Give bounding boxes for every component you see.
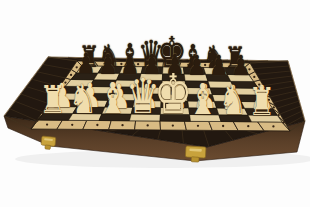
square-f5	[186, 88, 212, 95]
inlay-mark	[222, 125, 224, 127]
square-a5	[60, 86, 90, 93]
square-c5	[111, 87, 138, 94]
inlay-mark	[120, 63, 122, 65]
square-e5	[162, 87, 187, 94]
square-d8	[141, 67, 163, 74]
inlay-mark	[247, 125, 249, 127]
inlay-mark	[70, 74, 72, 76]
square-e3	[161, 101, 189, 108]
inlay-mark	[170, 63, 172, 65]
square-e8	[163, 67, 185, 74]
inlay-mark	[237, 64, 239, 66]
square-b7	[94, 73, 120, 80]
inlay-mark	[87, 62, 89, 64]
inlay-mark	[154, 63, 156, 65]
square-e7	[162, 74, 185, 81]
square-c7	[117, 73, 142, 80]
square-h6	[231, 81, 259, 88]
inlay-mark	[263, 91, 265, 93]
square-g4	[212, 95, 241, 102]
square-f6	[185, 81, 210, 88]
square-d1	[130, 114, 161, 121]
chess-set-photo: ♜♞♝♛♚♝♞♜♟♟♟♟♟♟♟♟♟♟♟♟♟♟♟♟♜♞♝♛♚♝♞♜	[0, 0, 310, 207]
square-g7	[206, 74, 231, 81]
square-a2	[44, 107, 77, 114]
inlay-mark	[96, 124, 98, 126]
chess-board	[0, 0, 310, 207]
square-a3	[49, 100, 81, 107]
square-f2	[189, 108, 219, 115]
square-a1	[38, 113, 73, 120]
inlay-mark	[147, 124, 149, 126]
square-b6	[90, 80, 117, 87]
square-f8	[183, 67, 205, 74]
square-e4	[161, 94, 188, 101]
inlay-mark	[121, 124, 123, 126]
square-h5	[234, 88, 263, 95]
inlay-mark	[253, 76, 255, 78]
inlay-mark	[53, 97, 55, 99]
square-d2	[131, 107, 161, 114]
square-g3	[214, 101, 244, 108]
inlay-mark	[221, 64, 223, 66]
square-e2	[160, 108, 189, 115]
square-g8	[204, 68, 228, 75]
inlay-mark	[46, 123, 48, 125]
square-b2	[73, 107, 105, 114]
square-d4	[135, 94, 162, 101]
square-c1	[99, 114, 131, 121]
square-f4	[187, 94, 215, 101]
inlay-mark	[273, 106, 275, 108]
square-f1	[190, 115, 221, 122]
inlay-mark	[258, 83, 260, 85]
inlay-mark	[187, 64, 189, 66]
square-d5	[136, 87, 162, 94]
square-f3	[188, 101, 217, 108]
front-left-brass-clasp	[41, 136, 56, 150]
inlay-mark	[137, 63, 139, 65]
square-b1	[69, 114, 102, 121]
square-b8	[98, 66, 123, 73]
square-f7	[184, 74, 208, 81]
square-h7	[227, 75, 253, 82]
inlay-mark	[71, 124, 73, 126]
square-d6	[138, 80, 163, 87]
square-d7	[139, 74, 162, 81]
square-g5	[210, 88, 238, 95]
square-h1	[248, 115, 282, 122]
square-c6	[114, 80, 140, 87]
square-c4	[108, 94, 136, 101]
square-c3	[105, 100, 135, 107]
inlay-mark	[204, 64, 206, 66]
square-h2	[245, 108, 278, 115]
square-g1	[219, 115, 252, 122]
square-d3	[133, 101, 161, 108]
inlay-mark	[64, 81, 66, 83]
inlay-mark	[197, 125, 199, 127]
square-h4	[238, 95, 268, 102]
square-b3	[77, 100, 108, 107]
inlay-mark	[272, 125, 274, 127]
square-b4	[81, 93, 111, 100]
inlay-mark	[248, 68, 250, 70]
inlay-mark	[76, 66, 78, 68]
inlay-mark	[268, 99, 270, 101]
square-e1	[160, 114, 191, 121]
square-h3	[241, 102, 272, 109]
inlay-mark	[172, 124, 174, 126]
inlay-mark	[59, 89, 61, 91]
square-c8	[120, 67, 143, 74]
square-c2	[102, 107, 133, 114]
square-g2	[217, 108, 248, 115]
square-g6	[208, 81, 234, 88]
square-a4	[55, 93, 86, 100]
square-e6	[162, 81, 186, 88]
square-b5	[85, 87, 113, 94]
inlay-mark	[103, 63, 105, 65]
